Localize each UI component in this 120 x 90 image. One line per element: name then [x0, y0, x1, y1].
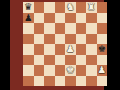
square-g7[interactable] — [86, 13, 97, 24]
chess-board: ♛♞♜♟♟♚♚♟ — [23, 2, 107, 86]
square-b5[interactable] — [34, 34, 45, 45]
square-b1[interactable] — [34, 76, 45, 87]
square-a8[interactable]: ♛ — [23, 2, 34, 13]
square-h8[interactable] — [97, 2, 108, 13]
piece-black-queen[interactable]: ♛ — [23, 2, 34, 13]
square-f1[interactable] — [76, 76, 87, 87]
square-a1[interactable] — [23, 76, 34, 87]
piece-white-pawn[interactable]: ♟ — [97, 65, 108, 76]
square-c1[interactable] — [44, 76, 55, 87]
square-a3[interactable] — [23, 55, 34, 66]
square-e8[interactable]: ♞ — [65, 2, 76, 13]
square-b6[interactable] — [34, 23, 45, 34]
square-g5[interactable] — [86, 34, 97, 45]
square-c5[interactable] — [44, 34, 55, 45]
square-b7[interactable] — [34, 13, 45, 24]
square-d5[interactable] — [55, 34, 66, 45]
square-g2[interactable] — [86, 65, 97, 76]
piece-white-knight[interactable]: ♞ — [65, 2, 76, 13]
square-d3[interactable] — [55, 55, 66, 66]
square-g4[interactable] — [86, 44, 97, 55]
square-b8[interactable] — [34, 2, 45, 13]
square-a6[interactable] — [23, 23, 34, 34]
square-f7[interactable] — [76, 13, 87, 24]
square-h1[interactable] — [97, 76, 108, 87]
square-g1[interactable] — [86, 76, 97, 87]
square-c2[interactable] — [44, 65, 55, 76]
square-d8[interactable] — [55, 2, 66, 13]
square-d7[interactable] — [55, 13, 66, 24]
square-a4[interactable] — [23, 44, 34, 55]
square-f2[interactable] — [76, 65, 87, 76]
piece-white-rook[interactable]: ♜ — [86, 2, 97, 13]
piece-white-pawn[interactable]: ♟ — [65, 44, 76, 55]
square-e6[interactable] — [65, 23, 76, 34]
piece-white-king[interactable]: ♚ — [65, 65, 76, 76]
square-d4[interactable] — [55, 44, 66, 55]
square-g8[interactable]: ♜ — [86, 2, 97, 13]
square-f5[interactable] — [76, 34, 87, 45]
square-b2[interactable] — [34, 65, 45, 76]
square-d1[interactable] — [55, 76, 66, 87]
square-g6[interactable] — [86, 23, 97, 34]
board-frame: ♛♞♜♟♟♚♚♟ — [10, 0, 104, 90]
square-d2[interactable] — [55, 65, 66, 76]
square-e1[interactable] — [65, 76, 76, 87]
square-a2[interactable] — [23, 65, 34, 76]
square-b3[interactable] — [34, 55, 45, 66]
square-e7[interactable] — [65, 13, 76, 24]
square-c7[interactable] — [44, 13, 55, 24]
square-c6[interactable] — [44, 23, 55, 34]
square-a5[interactable] — [23, 34, 34, 45]
piece-black-pawn[interactable]: ♟ — [23, 13, 34, 24]
square-g3[interactable] — [86, 55, 97, 66]
square-c8[interactable] — [44, 2, 55, 13]
square-h7[interactable] — [97, 13, 108, 24]
square-c3[interactable] — [44, 55, 55, 66]
square-c4[interactable] — [44, 44, 55, 55]
square-e4[interactable]: ♟ — [65, 44, 76, 55]
square-f6[interactable] — [76, 23, 87, 34]
square-a7[interactable]: ♟ — [23, 13, 34, 24]
letterbox-background: ♛♞♜♟♟♚♚♟ — [0, 0, 120, 90]
square-b4[interactable] — [34, 44, 45, 55]
piece-black-king[interactable]: ♚ — [97, 44, 108, 55]
square-f4[interactable] — [76, 44, 87, 55]
square-h2[interactable]: ♟ — [97, 65, 108, 76]
square-f3[interactable] — [76, 55, 87, 66]
square-e2[interactable]: ♚ — [65, 65, 76, 76]
square-f8[interactable] — [76, 2, 87, 13]
square-h6[interactable] — [97, 23, 108, 34]
square-h4[interactable]: ♚ — [97, 44, 108, 55]
square-d6[interactable] — [55, 23, 66, 34]
